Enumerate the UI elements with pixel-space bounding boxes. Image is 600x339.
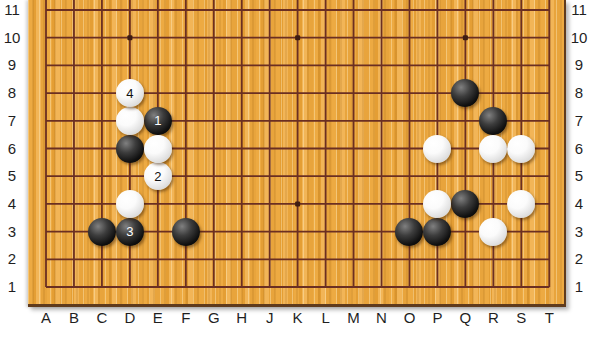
- stone-white-d4[interactable]: [116, 190, 144, 218]
- column-label-m: M: [340, 308, 368, 328]
- column-label-s: S: [507, 308, 535, 328]
- row-label-9-right: 9: [566, 55, 592, 75]
- stone-white-e5[interactable]: 2: [144, 162, 172, 190]
- star-point: [127, 35, 132, 40]
- row-label-2-left: 2: [0, 249, 24, 269]
- move-number-label: 4: [126, 87, 133, 100]
- stone-white-s6[interactable]: [507, 135, 535, 163]
- row-label-6-right: 6: [566, 139, 592, 159]
- row-label-11-left: 11: [0, 0, 24, 20]
- column-label-o: O: [395, 308, 423, 328]
- stone-black-d3[interactable]: 3: [116, 218, 144, 246]
- row-label-5-right: 5: [566, 166, 592, 186]
- row-label-3-left: 3: [0, 222, 24, 242]
- go-board[interactable]: 3142: [28, 0, 566, 307]
- stone-black-r7[interactable]: [479, 107, 507, 135]
- row-label-10-right: 10: [566, 28, 592, 48]
- column-label-t: T: [535, 308, 563, 328]
- column-label-c: C: [88, 308, 116, 328]
- stone-black-o3[interactable]: [395, 218, 423, 246]
- column-label-k: K: [284, 308, 312, 328]
- stone-white-r3[interactable]: [479, 218, 507, 246]
- column-label-l: L: [312, 308, 340, 328]
- stone-black-p3[interactable]: [423, 218, 451, 246]
- row-label-4-right: 4: [566, 194, 592, 214]
- row-label-6-left: 6: [0, 139, 24, 159]
- star-point: [463, 35, 468, 40]
- row-label-10-left: 10: [0, 28, 24, 48]
- row-label-8-right: 8: [566, 83, 592, 103]
- column-label-h: H: [228, 308, 256, 328]
- move-number-label: 3: [126, 225, 133, 238]
- stone-white-p6[interactable]: [423, 135, 451, 163]
- stone-white-r6[interactable]: [479, 135, 507, 163]
- column-label-d: D: [116, 308, 144, 328]
- stone-black-f3[interactable]: [172, 218, 200, 246]
- row-label-5-left: 5: [0, 166, 24, 186]
- column-label-a: A: [32, 308, 60, 328]
- go-diagram: 3142 1110987654321 1110987654321 ABCDEFG…: [0, 0, 600, 339]
- column-label-f: F: [172, 308, 200, 328]
- row-label-2-right: 2: [566, 249, 592, 269]
- column-label-e: E: [144, 308, 172, 328]
- row-label-4-left: 4: [0, 194, 24, 214]
- column-label-b: B: [60, 308, 88, 328]
- star-point: [295, 35, 300, 40]
- move-number-label: 2: [154, 170, 161, 183]
- row-label-7-right: 7: [566, 111, 592, 131]
- move-number-label: 1: [154, 114, 161, 127]
- stone-white-d8[interactable]: 4: [116, 79, 144, 107]
- column-label-q: Q: [451, 308, 479, 328]
- row-label-9-left: 9: [0, 55, 24, 75]
- row-label-1-left: 1: [0, 277, 24, 297]
- row-label-7-left: 7: [0, 111, 24, 131]
- row-label-1-right: 1: [566, 277, 592, 297]
- stone-white-d7[interactable]: [116, 107, 144, 135]
- stone-white-e6[interactable]: [144, 135, 172, 163]
- column-label-n: N: [368, 308, 396, 328]
- row-label-11-right: 11: [566, 0, 592, 20]
- column-label-p: P: [423, 308, 451, 328]
- column-label-r: R: [479, 308, 507, 328]
- column-label-j: J: [256, 308, 284, 328]
- row-label-3-right: 3: [566, 222, 592, 242]
- stone-black-c3[interactable]: [88, 218, 116, 246]
- row-label-8-left: 8: [0, 83, 24, 103]
- stone-black-e7[interactable]: 1: [144, 107, 172, 135]
- stone-black-d6[interactable]: [116, 135, 144, 163]
- star-point: [295, 201, 300, 206]
- column-label-g: G: [200, 308, 228, 328]
